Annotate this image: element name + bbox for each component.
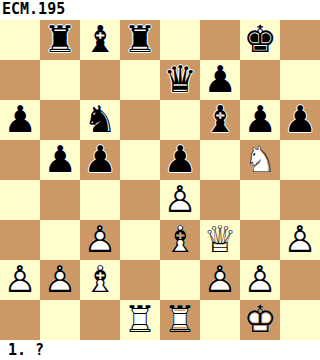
square-h8[interactable] [280,20,320,60]
white-piece-outline-glyph: ♙ [200,260,240,300]
square-h7[interactable] [280,60,320,100]
piece-white-bishop: ♝♗ [160,220,200,260]
square-d8[interactable]: ♜ [120,20,160,60]
piece-white-pawn: ♟♙ [240,260,280,300]
square-f2[interactable]: ♟♙ [200,260,240,300]
square-e8[interactable] [160,20,200,60]
white-piece-outline-glyph: ♙ [240,260,280,300]
white-piece-outline-glyph: ♕ [200,220,240,260]
piece-white-pawn: ♟♙ [0,260,40,300]
piece-black-pawn: ♟ [0,100,40,140]
square-e4[interactable]: ♟♙ [160,180,200,220]
white-piece-outline-glyph: ♙ [280,220,320,260]
chess-board: ♜♝♜♚♛♟♟♞♝♟♟♟♟♟♞♘♟♙♟♙♝♗♛♕♟♙♟♙♟♙♝♗♟♙♟♙♜♖♜♖… [0,20,320,340]
square-c4[interactable] [80,180,120,220]
square-a5[interactable] [0,140,40,180]
square-c3[interactable]: ♟♙ [80,220,120,260]
square-g3[interactable] [240,220,280,260]
square-f6[interactable]: ♝ [200,100,240,140]
piece-white-king: ♚♔ [240,300,280,340]
diagram-title: ECM.195 [0,0,320,20]
square-a2[interactable]: ♟♙ [0,260,40,300]
square-d5[interactable] [120,140,160,180]
square-a4[interactable] [0,180,40,220]
square-d1[interactable]: ♜♖ [120,300,160,340]
square-e1[interactable]: ♜♖ [160,300,200,340]
white-piece-outline-glyph: ♗ [160,220,200,260]
piece-white-pawn: ♟♙ [40,260,80,300]
piece-black-pawn: ♟ [160,140,200,180]
square-a8[interactable] [0,20,40,60]
square-f4[interactable] [200,180,240,220]
piece-black-pawn: ♟ [280,100,320,140]
piece-black-knight: ♞ [80,100,120,140]
piece-white-pawn: ♟♙ [160,180,200,220]
square-h5[interactable] [280,140,320,180]
square-h4[interactable] [280,180,320,220]
square-a6[interactable]: ♟ [0,100,40,140]
piece-black-pawn: ♟ [200,60,240,100]
white-piece-outline-glyph: ♘ [240,140,280,180]
square-b6[interactable] [40,100,80,140]
square-b4[interactable] [40,180,80,220]
piece-white-pawn: ♟♙ [80,220,120,260]
square-e6[interactable] [160,100,200,140]
square-b2[interactable]: ♟♙ [40,260,80,300]
square-g7[interactable] [240,60,280,100]
square-b8[interactable]: ♜ [40,20,80,60]
piece-white-bishop: ♝♗ [80,260,120,300]
piece-white-pawn: ♟♙ [280,220,320,260]
square-c6[interactable]: ♞ [80,100,120,140]
square-g5[interactable]: ♞♘ [240,140,280,180]
square-a3[interactable] [0,220,40,260]
square-b7[interactable] [40,60,80,100]
square-a1[interactable] [0,300,40,340]
square-g2[interactable]: ♟♙ [240,260,280,300]
square-e7[interactable]: ♛ [160,60,200,100]
square-c5[interactable]: ♟ [80,140,120,180]
piece-black-rook: ♜ [120,20,160,60]
white-piece-outline-glyph: ♙ [80,220,120,260]
piece-black-rook: ♜ [40,20,80,60]
square-g4[interactable] [240,180,280,220]
square-h3[interactable]: ♟♙ [280,220,320,260]
square-c1[interactable] [80,300,120,340]
square-d3[interactable] [120,220,160,260]
square-f5[interactable] [200,140,240,180]
square-f1[interactable] [200,300,240,340]
move-prompt: 1. ? [0,340,320,360]
square-b3[interactable] [40,220,80,260]
piece-black-pawn: ♟ [40,140,80,180]
square-g8[interactable]: ♚ [240,20,280,60]
square-f7[interactable]: ♟ [200,60,240,100]
square-g1[interactable]: ♚♔ [240,300,280,340]
square-e3[interactable]: ♝♗ [160,220,200,260]
square-d4[interactable] [120,180,160,220]
square-g6[interactable]: ♟ [240,100,280,140]
square-e5[interactable]: ♟ [160,140,200,180]
square-a7[interactable] [0,60,40,100]
piece-black-queen: ♛ [160,60,200,100]
square-d6[interactable] [120,100,160,140]
piece-white-knight: ♞♘ [240,140,280,180]
square-c7[interactable] [80,60,120,100]
square-e2[interactable] [160,260,200,300]
square-f8[interactable] [200,20,240,60]
square-b1[interactable] [40,300,80,340]
white-piece-outline-glyph: ♙ [160,180,200,220]
square-h2[interactable] [280,260,320,300]
piece-black-king: ♚ [240,20,280,60]
white-piece-outline-glyph: ♙ [0,260,40,300]
square-c2[interactable]: ♝♗ [80,260,120,300]
white-piece-outline-glyph: ♔ [240,300,280,340]
square-b5[interactable]: ♟ [40,140,80,180]
square-c8[interactable]: ♝ [80,20,120,60]
square-h6[interactable]: ♟ [280,100,320,140]
piece-white-queen: ♛♕ [200,220,240,260]
square-d7[interactable] [120,60,160,100]
square-h1[interactable] [280,300,320,340]
white-piece-outline-glyph: ♖ [120,300,160,340]
piece-white-rook: ♜♖ [160,300,200,340]
square-d2[interactable] [120,260,160,300]
piece-white-pawn: ♟♙ [200,260,240,300]
piece-black-pawn: ♟ [80,140,120,180]
square-f3[interactable]: ♛♕ [200,220,240,260]
white-piece-outline-glyph: ♖ [160,300,200,340]
white-piece-outline-glyph: ♗ [80,260,120,300]
piece-black-bishop: ♝ [200,100,240,140]
piece-black-pawn: ♟ [240,100,280,140]
white-piece-outline-glyph: ♙ [40,260,80,300]
piece-black-bishop: ♝ [80,20,120,60]
piece-white-rook: ♜♖ [120,300,160,340]
